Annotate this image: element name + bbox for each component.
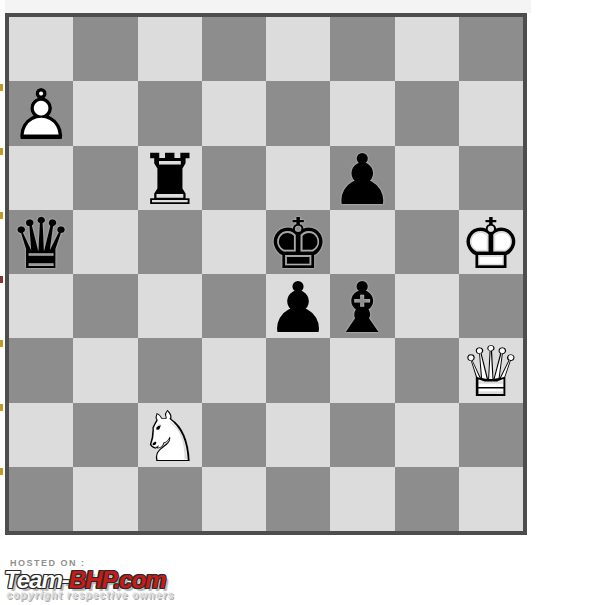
square-c6: ♜ (138, 146, 202, 210)
piece-black-queen-a5: ♛ (10, 209, 73, 279)
edge-tick (0, 276, 3, 283)
edge-tick (0, 404, 3, 411)
square-h6 (459, 146, 523, 210)
square-d8 (202, 17, 266, 81)
square-f6: ♟ (330, 146, 394, 210)
square-a2 (9, 403, 73, 467)
copyright-label: copyright respective owners (7, 590, 175, 601)
edge-tick (0, 148, 3, 155)
square-b7 (73, 81, 137, 145)
square-d1 (202, 467, 266, 531)
square-b5 (73, 210, 137, 274)
square-f7 (330, 81, 394, 145)
square-b2 (73, 403, 137, 467)
piece-white-king-h5: ♚♔ (459, 209, 522, 279)
piece-black-bishop-f4: ♝ (331, 273, 394, 343)
square-a8 (9, 17, 73, 81)
square-f8 (330, 17, 394, 81)
square-a1 (9, 467, 73, 531)
square-c7 (138, 81, 202, 145)
square-h1 (459, 467, 523, 531)
edge-tick (0, 340, 3, 347)
square-b3 (73, 338, 137, 402)
piece-white-knight-c2: ♞♘ (138, 402, 201, 472)
piece-black-pawn-e4: ♟ (267, 273, 330, 343)
square-g7 (395, 81, 459, 145)
square-a5: ♛ (9, 210, 73, 274)
square-g6 (395, 146, 459, 210)
square-h3: ♛♕ (459, 338, 523, 402)
square-e4: ♟ (266, 274, 330, 338)
square-e7 (266, 81, 330, 145)
square-d5 (202, 210, 266, 274)
square-e5: ♚ (266, 210, 330, 274)
square-g1 (395, 467, 459, 531)
square-g3 (395, 338, 459, 402)
logo-com-text: .com (113, 566, 165, 593)
square-g8 (395, 17, 459, 81)
square-h5: ♚♔ (459, 210, 523, 274)
piece-black-pawn-f6: ♟ (331, 145, 394, 215)
page-top-strip (0, 0, 531, 13)
square-c2: ♞♘ (138, 403, 202, 467)
logo-bhp-text: BHP (69, 566, 114, 593)
square-f2 (330, 403, 394, 467)
square-g5 (395, 210, 459, 274)
square-b1 (73, 467, 137, 531)
square-d6 (202, 146, 266, 210)
square-d4 (202, 274, 266, 338)
square-d7 (202, 81, 266, 145)
square-b6 (73, 146, 137, 210)
square-b8 (73, 17, 137, 81)
square-a3 (9, 338, 73, 402)
square-a7: ♟♙ (9, 81, 73, 145)
square-e2 (266, 403, 330, 467)
edge-tick (0, 212, 3, 219)
piece-black-rook-c6: ♜ (138, 145, 201, 215)
square-e6 (266, 146, 330, 210)
edge-tick (0, 468, 3, 475)
square-g2 (395, 403, 459, 467)
square-c8 (138, 17, 202, 81)
square-d2 (202, 403, 266, 467)
square-h8 (459, 17, 523, 81)
square-f4: ♝ (330, 274, 394, 338)
square-c4 (138, 274, 202, 338)
piece-white-queen-h3: ♛♕ (459, 337, 522, 407)
square-h7 (459, 81, 523, 145)
edge-tick (0, 84, 3, 91)
chess-board: ♟♙♜♟♛♚♚♔♟♝♛♕♞♘ (5, 13, 527, 535)
logo-team-text: Team- (4, 566, 69, 593)
square-d3 (202, 338, 266, 402)
square-e1 (266, 467, 330, 531)
piece-white-pawn-a7: ♟♙ (10, 80, 73, 150)
square-f1 (330, 467, 394, 531)
square-g4 (395, 274, 459, 338)
square-e8 (266, 17, 330, 81)
square-c3 (138, 338, 202, 402)
square-b4 (73, 274, 137, 338)
